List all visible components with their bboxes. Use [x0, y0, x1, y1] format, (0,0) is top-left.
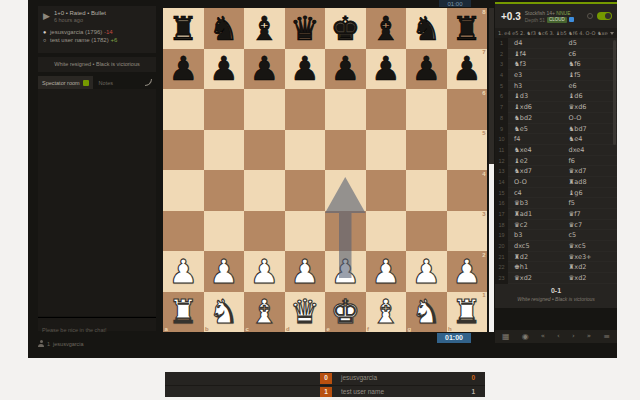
white-clock: 01:00 — [437, 333, 471, 343]
move-row-1: 1d4d5 — [495, 38, 617, 49]
coord-file-d: d — [286, 326, 290, 332]
move-white[interactable]: e3 — [508, 70, 563, 81]
square-a5[interactable] — [163, 130, 204, 171]
move-black[interactable]: ♜xd2 — [563, 262, 618, 273]
move-number: 2 — [495, 49, 508, 60]
piece-black-rook[interactable]: ♜ — [452, 12, 482, 45]
square-h4[interactable]: 4 — [447, 170, 488, 211]
bullet-icon: ▶ — [43, 10, 50, 24]
move-row-22: 22♚h1♜xd2 — [495, 262, 617, 273]
move-black[interactable]: ♞e4 — [563, 134, 618, 145]
square-h6[interactable]: 6 — [447, 89, 488, 130]
move-black[interactable]: f6 — [563, 156, 618, 167]
piece-white-queen[interactable]: ♛ — [290, 295, 320, 328]
cloud-info-icon[interactable] — [569, 17, 574, 22]
move-white[interactable]: ♝xd6 — [508, 102, 563, 113]
move-black[interactable]: e6 — [563, 81, 618, 92]
piece-black-pawn[interactable]: ♟ — [209, 52, 239, 85]
piece-black-king[interactable]: ♚ — [330, 12, 360, 45]
chat-tabs: Spectator room Notes — [38, 76, 156, 89]
piece-black-rook[interactable]: ♜ — [168, 12, 198, 45]
crosstable-total-white: 0 — [471, 372, 475, 385]
move-white[interactable]: ♜d2 — [508, 252, 563, 263]
engine-nnue-label: NNUE — [556, 10, 570, 16]
move-row-3: 3♞f3♞f6 — [495, 59, 617, 70]
move-number: 22 — [495, 262, 508, 273]
square-a3[interactable] — [163, 211, 204, 252]
chat-input[interactable] — [38, 324, 156, 337]
square-c8[interactable]: ♝ — [244, 8, 285, 49]
square-e8[interactable]: ♚ — [325, 8, 366, 49]
square-g4[interactable] — [406, 170, 447, 211]
player-black-rating-delta: +6 — [110, 37, 117, 43]
piece-white-bishop[interactable]: ♝ — [249, 295, 279, 328]
crosstable: 0 jesusvgarcia 0 1 test user name 1 — [165, 372, 485, 397]
square-f3[interactable] — [366, 211, 407, 252]
player-black[interactable]: ○test user name (1782) +6 — [43, 36, 151, 44]
chess-board[interactable]: ♜♞♝♛♚♝♞♜8♟♟♟♟♟♟♟♟76543♟♟♟♟♟♟♟♟2♜a♞b♝c♛d♚… — [163, 8, 487, 332]
chat-toggle-switch[interactable] — [83, 80, 89, 86]
square-c4[interactable] — [244, 170, 285, 211]
player-white-rating-delta: -14 — [104, 29, 113, 35]
coord-file-b: b — [205, 326, 209, 332]
square-c1[interactable]: ♝c — [244, 292, 285, 333]
last-move-button[interactable]: » — [587, 330, 591, 343]
square-f5[interactable] — [366, 130, 407, 171]
coord-rank-1: 1 — [482, 292, 485, 298]
chat-input-wrap — [38, 317, 156, 331]
prev-move-button[interactable]: ‹ — [557, 330, 560, 343]
square-d2[interactable]: ♟ — [285, 251, 326, 292]
piece-white-king[interactable]: ♚ — [330, 295, 360, 328]
move-row-7: 7♝xd6♛xd6 — [495, 102, 617, 113]
square-e5[interactable] — [325, 130, 366, 171]
piece-black-pawn[interactable]: ♟ — [249, 52, 279, 85]
move-number: 23 — [495, 273, 508, 284]
move-row-17: 17♜ad1♛f7 — [495, 209, 617, 220]
move-number: 8 — [495, 113, 508, 124]
piece-black-pawn[interactable]: ♟ — [330, 52, 360, 85]
move-black[interactable]: ♝d6 — [563, 91, 618, 102]
spectator-name[interactable]: jesusvgarcia — [53, 341, 84, 347]
square-h2[interactable]: ♟2 — [447, 251, 488, 292]
lichess-app: ▶ 1+0 • Rated • Bullet 6 hours ago ●jesu… — [28, 0, 617, 358]
square-b7[interactable]: ♟ — [204, 49, 245, 90]
coord-rank-4: 4 — [482, 171, 485, 177]
move-number: 3 — [495, 59, 508, 70]
square-a8[interactable]: ♜ — [163, 8, 204, 49]
piece-black-pawn[interactable]: ♟ — [452, 52, 482, 85]
move-white[interactable]: dxc5 — [508, 241, 563, 252]
move-row-9: 9♞e5♞bd7 — [495, 124, 617, 135]
spectator-icon — [38, 340, 44, 347]
piece-black-knight[interactable]: ♞ — [411, 12, 441, 45]
move-white[interactable]: b3 — [508, 230, 563, 241]
square-b6[interactable] — [204, 89, 245, 130]
chevron-down-icon[interactable] — [610, 32, 614, 35]
move-white[interactable]: ♜ad1 — [508, 209, 563, 220]
move-number: 17 — [495, 209, 508, 220]
toggle-knob — [605, 13, 612, 20]
square-g3[interactable] — [406, 211, 447, 252]
move-white[interactable]: ♛xd2 — [508, 273, 563, 284]
move-white[interactable]: ♝e2 — [508, 156, 563, 167]
move-white[interactable]: O-O — [508, 177, 563, 188]
square-f1[interactable]: ♝f — [366, 292, 407, 333]
square-c2[interactable]: ♟ — [244, 251, 285, 292]
menu-icon[interactable]: ≡ — [603, 330, 610, 343]
coord-rank-6: 6 — [482, 90, 485, 96]
square-d1[interactable]: ♛d — [285, 292, 326, 333]
move-black[interactable]: ♜ad8 — [563, 177, 618, 188]
square-e6[interactable] — [325, 89, 366, 130]
piece-black-bishop[interactable]: ♝ — [371, 12, 401, 45]
square-f2[interactable]: ♟ — [366, 251, 407, 292]
move-number: 10 — [495, 134, 508, 145]
move-row-12: 12♝e2f6 — [495, 156, 617, 167]
move-white[interactable]: ♝d3 — [508, 91, 563, 102]
chat-messages-area — [38, 89, 156, 316]
move-row-8: 8♞bd2O-O — [495, 113, 617, 124]
move-row-18: 18♛c2♛c7 — [495, 220, 617, 231]
move-number: 5 — [495, 81, 508, 92]
square-e1[interactable]: ♚e — [325, 292, 366, 333]
crosstable-game-score-black[interactable]: 1 — [320, 387, 332, 398]
move-number: 20 — [495, 241, 508, 252]
move-black[interactable]: ♛xc5 — [563, 241, 618, 252]
move-black[interactable]: ♞f6 — [563, 59, 618, 70]
square-a6[interactable] — [163, 89, 204, 130]
square-c5[interactable] — [244, 130, 285, 171]
move-black[interactable]: ♛xd6 — [563, 102, 618, 113]
move-row-10: 10f4♞e4 — [495, 134, 617, 145]
result-termination: White resigned • Black is victorious — [495, 295, 617, 303]
move-white[interactable]: h3 — [508, 81, 563, 92]
move-black[interactable]: f5 — [563, 198, 618, 209]
square-g8[interactable]: ♞ — [406, 8, 447, 49]
move-black[interactable]: ♞bd7 — [563, 124, 618, 135]
move-black[interactable]: ♝g6 — [563, 188, 618, 199]
piece-white-pawn[interactable]: ♟ — [330, 255, 360, 288]
move-number: 15 — [495, 188, 508, 199]
eval-gauge — [489, 8, 494, 332]
square-g5[interactable] — [406, 130, 447, 171]
engine-header: +0.3 Stockfish 14+ NNUE Depth 51 CLOUD — [495, 4, 617, 28]
square-g1[interactable]: ♞g — [406, 292, 447, 333]
coord-file-a: a — [165, 326, 168, 332]
square-d3[interactable] — [285, 211, 326, 252]
move-number: 18 — [495, 220, 508, 231]
coord-file-f: f — [367, 326, 369, 332]
square-b3[interactable] — [204, 211, 245, 252]
move-white[interactable]: ♞xd7 — [508, 166, 563, 177]
move-number: 1 — [495, 38, 508, 49]
piece-white-pawn[interactable]: ♟ — [290, 255, 320, 288]
piece-black-knight[interactable]: ♞ — [209, 12, 239, 45]
crosstable-total-black: 1 — [471, 386, 475, 399]
coord-rank-7: 7 — [482, 49, 485, 55]
square-c6[interactable] — [244, 89, 285, 130]
square-g7[interactable]: ♟ — [406, 49, 447, 90]
move-white[interactable]: ♞bd2 — [508, 113, 563, 124]
coord-file-e: e — [327, 326, 330, 332]
move-number: 11 — [495, 145, 508, 156]
move-black[interactable]: d5 — [563, 38, 618, 49]
square-e4[interactable] — [325, 170, 366, 211]
move-row-5: 5h3e6 — [495, 81, 617, 92]
piece-white-knight[interactable]: ♞ — [209, 295, 239, 328]
player-black-name[interactable]: test user name (1782) — [50, 37, 109, 43]
time-control-label: 1+0 • Rated • Bullet — [54, 10, 106, 17]
engine-toggle-switch[interactable] — [597, 12, 612, 21]
cloud-badge: CLOUD — [547, 17, 567, 23]
player-white[interactable]: ●jesusvgarcia (1796) -14 — [43, 28, 151, 36]
move-black[interactable]: c5 — [563, 230, 618, 241]
next-move-button[interactable]: › — [572, 330, 575, 343]
piece-white-rook[interactable]: ♜ — [452, 295, 482, 328]
piece-black-pawn[interactable]: ♟ — [411, 52, 441, 85]
square-d4[interactable] — [285, 170, 326, 211]
crosstable-game-score-white[interactable]: 0 — [320, 373, 332, 384]
tab-spectator-room[interactable]: Spectator room — [38, 76, 93, 89]
square-h8[interactable]: ♜8 — [447, 8, 488, 49]
coord-rank-8: 8 — [482, 9, 485, 15]
square-d8[interactable]: ♛ — [285, 8, 326, 49]
move-black[interactable]: ♛f7 — [563, 209, 618, 220]
piece-white-pawn[interactable]: ♟ — [411, 255, 441, 288]
square-b4[interactable] — [204, 170, 245, 211]
coord-rank-3: 3 — [482, 211, 485, 217]
move-black[interactable]: ♛xd2 — [563, 273, 618, 284]
move-row-21: 21♜d2♛xe3+ — [495, 252, 617, 263]
square-f8[interactable]: ♝ — [366, 8, 407, 49]
piece-black-pawn[interactable]: ♟ — [371, 52, 401, 85]
square-g6[interactable] — [406, 89, 447, 130]
piece-white-knight[interactable]: ♞ — [411, 295, 441, 328]
piece-white-bishop[interactable]: ♝ — [371, 295, 401, 328]
coord-rank-2: 2 — [482, 252, 485, 258]
square-b1[interactable]: ♞b — [204, 292, 245, 333]
crosstable-name-white[interactable]: jesusvgarcia — [341, 372, 377, 385]
move-number: 12 — [495, 156, 508, 167]
piece-white-pawn[interactable]: ♟ — [452, 255, 482, 288]
move-row-20: 20dxc5♛xc5 — [495, 241, 617, 252]
move-white[interactable]: ♛c2 — [508, 220, 563, 231]
analysis-board-icon[interactable]: ▦ — [502, 330, 510, 343]
square-b2[interactable]: ♟ — [204, 251, 245, 292]
game-info-box: ▶ 1+0 • Rated • Bullet 6 hours ago ●jesu… — [38, 6, 156, 53]
move-black[interactable]: dxe4 — [563, 145, 618, 156]
move-row-16: 16♛b3f5 — [495, 198, 617, 209]
move-black[interactable]: ♛xd7 — [563, 166, 618, 177]
move-row-23: 23♛xd2♛xd2 — [495, 273, 617, 284]
move-black[interactable]: c6 — [563, 49, 618, 60]
move-row-2: 2♝f4c6 — [495, 49, 617, 60]
coord-rank-5: 5 — [482, 130, 485, 136]
first-move-button[interactable]: « — [541, 330, 545, 343]
move-black[interactable]: O-O — [563, 113, 618, 124]
player-list: ●jesusvgarcia (1796) -14 ○test user name… — [43, 28, 151, 44]
move-black[interactable]: ♝f5 — [563, 70, 618, 81]
crosstable-row-white: 0 jesusvgarcia 0 — [165, 372, 485, 385]
move-white[interactable]: ♞xe4 — [508, 145, 563, 156]
game-meta: ▶ 1+0 • Rated • Bullet 6 hours ago — [43, 10, 151, 24]
piece-white-pawn[interactable]: ♟ — [168, 255, 198, 288]
black-color-icon: ○ — [43, 36, 50, 44]
move-list: 1d4d52♝f4c63♞f3♞f64e3♝f55h3e66♝d3♝d67♝xd… — [495, 38, 617, 284]
square-e3[interactable] — [325, 211, 366, 252]
square-d6[interactable] — [285, 89, 326, 130]
coord-file-g: g — [408, 326, 412, 332]
coord-file-h: h — [448, 326, 452, 332]
tab-spectator-room-label: Spectator room — [42, 80, 80, 86]
move-row-4: 4e3♝f5 — [495, 70, 617, 81]
piece-black-bishop[interactable]: ♝ — [249, 12, 279, 45]
move-number: 7 — [495, 102, 508, 113]
engine-pv-row[interactable]: 1. e4 e5 2. ♞f3 ♞c6 3. ♝b5 ♞f6 4. O-O ♞x… — [495, 28, 617, 38]
square-h1[interactable]: ♜h1 — [447, 292, 488, 333]
move-row-15: 15c4♝g6 — [495, 188, 617, 199]
square-b5[interactable] — [204, 130, 245, 171]
chat-collapse-icon[interactable] — [145, 79, 152, 86]
square-h3[interactable]: 3 — [447, 211, 488, 252]
piece-black-queen[interactable]: ♛ — [290, 12, 320, 45]
move-number: 19 — [495, 230, 508, 241]
move-number: 13 — [495, 166, 508, 177]
move-white[interactable]: c4 — [508, 188, 563, 199]
spectator-count: 1 — [47, 341, 50, 347]
piece-white-rook[interactable]: ♜ — [168, 295, 198, 328]
piece-white-pawn[interactable]: ♟ — [209, 255, 239, 288]
square-d7[interactable]: ♟ — [285, 49, 326, 90]
move-row-14: 14O-O♜ad8 — [495, 177, 617, 188]
move-white[interactable]: ♛b3 — [508, 198, 563, 209]
square-h5[interactable]: 5 — [447, 130, 488, 171]
move-black[interactable]: ♛c7 — [563, 220, 618, 231]
square-c7[interactable]: ♟ — [244, 49, 285, 90]
game-date: 6 hours ago — [54, 17, 106, 24]
player-white-name[interactable]: jesusvgarcia (1796) — [50, 29, 102, 35]
square-e2[interactable]: ♟ — [325, 251, 366, 292]
square-f4[interactable] — [366, 170, 407, 211]
engine-name: Stockfish 14+ — [525, 10, 555, 16]
game-result-text: White resigned • Black is victorious — [38, 57, 156, 72]
spectator-list: 1 jesusvgarcia — [38, 340, 156, 347]
move-number: 4 — [495, 70, 508, 81]
move-white[interactable]: ♝f4 — [508, 49, 563, 60]
move-number: 14 — [495, 177, 508, 188]
crosstable-name-black[interactable]: test user name — [341, 386, 384, 399]
move-row-11: 11♞xe4dxe4 — [495, 145, 617, 156]
result-score: 0-1 — [495, 286, 617, 295]
move-black[interactable]: ♛xe3+ — [563, 252, 618, 263]
crosstable-row-black: 1 test user name 1 — [165, 385, 485, 398]
square-a7[interactable]: ♟ — [163, 49, 204, 90]
white-color-icon: ● — [43, 28, 50, 36]
square-f7[interactable]: ♟ — [366, 49, 407, 90]
square-a4[interactable] — [163, 170, 204, 211]
engine-depth: Depth 51 — [525, 17, 545, 23]
square-a1[interactable]: ♜a — [163, 292, 204, 333]
square-f6[interactable] — [366, 89, 407, 130]
analysis-controls: ▦ ◉ « ‹ › » ≡ — [495, 330, 617, 343]
tab-notes[interactable]: Notes — [93, 80, 119, 86]
square-e7[interactable]: ♟ — [325, 49, 366, 90]
move-white[interactable]: f4 — [508, 134, 563, 145]
move-number: 21 — [495, 252, 508, 263]
move-list-scrollbar[interactable] — [613, 40, 616, 145]
move-number: 16 — [495, 198, 508, 209]
move-white[interactable]: ♞e5 — [508, 124, 563, 135]
square-h7[interactable]: ♟7 — [447, 49, 488, 90]
piece-white-pawn[interactable]: ♟ — [371, 255, 401, 288]
move-row-13: 13♞xd7♛xd7 — [495, 166, 617, 177]
move-white[interactable]: d4 — [508, 38, 563, 49]
move-number: 6 — [495, 91, 508, 102]
engine-pv-line[interactable]: 1. e4 e5 2. ♞f3 ♞c6 3. ♝b5 ♞f6 4. O-O ♞x… — [498, 30, 608, 36]
square-a2[interactable]: ♟ — [163, 251, 204, 292]
move-row-19: 19b3c5 — [495, 230, 617, 241]
move-number: 9 — [495, 124, 508, 135]
square-b8[interactable]: ♞ — [204, 8, 245, 49]
square-c3[interactable] — [244, 211, 285, 252]
gear-icon[interactable]: ◉ — [522, 330, 529, 343]
engine-eval: +0.3 — [501, 11, 521, 22]
piece-black-pawn[interactable]: ♟ — [290, 52, 320, 85]
move-white[interactable]: ♞f3 — [508, 59, 563, 70]
square-d5[interactable] — [285, 130, 326, 171]
move-row-6: 6♝d3♝d6 — [495, 91, 617, 102]
coord-file-c: c — [246, 326, 249, 332]
black-clock: 01:00 — [439, 0, 471, 7]
piece-black-pawn[interactable]: ♟ — [168, 52, 198, 85]
square-g2[interactable]: ♟ — [406, 251, 447, 292]
piece-white-pawn[interactable]: ♟ — [249, 255, 279, 288]
result-block: 0-1 White resigned • Black is victorious — [495, 284, 617, 308]
move-white[interactable]: ♚h1 — [508, 262, 563, 273]
engine-settings-icon[interactable] — [587, 13, 593, 19]
